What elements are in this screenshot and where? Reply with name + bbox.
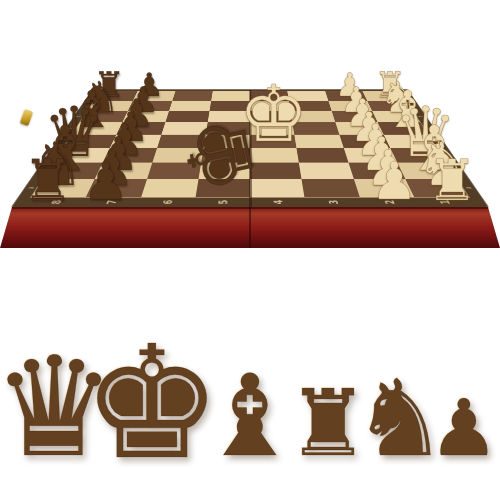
- white-rook-a1[interactable]: ♜: [427, 152, 478, 208]
- pieces-layer: ♜♞♝♛♝♞♜♟♟♟♟♟♟♟♟♚♚♟♟♟♟♟♟♟♟♜♞♝♛♝♞♜: [0, 0, 500, 250]
- chess-set-photo: 87654321 hgfedcba hgfedcba ♜♞♝♛♝♞♜♟♟♟♟♟♟…: [0, 0, 500, 250]
- black-king-d5-fallen[interactable]: ♚: [171, 109, 270, 201]
- white-pawn-a2[interactable]: ♟: [371, 156, 418, 208]
- black-rook-a8[interactable]: ♜: [23, 152, 74, 208]
- dark-pieces-lineup: ♛♚♝♜♞♟: [0, 250, 500, 500]
- lineup-bishop: ♝: [199, 360, 300, 473]
- black-pawn-a7[interactable]: ♟: [82, 156, 129, 208]
- lineup-pawn: ♟: [429, 389, 499, 467]
